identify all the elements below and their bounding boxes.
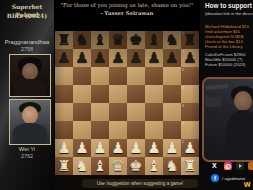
streamer-torso xyxy=(226,110,253,160)
black-pawn-c7: ♟ xyxy=(91,49,109,67)
white-pawn-a2: ♟ xyxy=(55,139,73,157)
black-rook-h8: ♜ xyxy=(181,31,199,49)
square-a7: ♟ xyxy=(55,49,73,67)
player-top-name: Praggnanandhaa xyxy=(0,39,54,45)
black-pawn-h7: ♟ xyxy=(181,49,199,67)
square-d5 xyxy=(109,85,127,103)
square-d4 xyxy=(109,103,127,121)
square-h7: 7♟ xyxy=(181,49,199,67)
black-bishop-c8: ♝ xyxy=(91,31,109,49)
square-b4 xyxy=(73,103,91,121)
square-d7: ♟ xyxy=(109,49,127,67)
square-b5 xyxy=(73,85,91,103)
square-a1: ♜ xyxy=(55,157,73,175)
white-pawn-d2: ♟ xyxy=(109,139,127,157)
white-pawn-e2: ♟ xyxy=(127,139,145,157)
square-c6 xyxy=(91,67,109,85)
black-pawn-e7: ♟ xyxy=(127,49,145,67)
streamer-face xyxy=(234,91,252,111)
background-shelf xyxy=(206,84,228,90)
square-c5 xyxy=(91,85,109,103)
rank-label-3: 3 xyxy=(182,122,184,126)
square-h3: 3 xyxy=(181,121,199,139)
person-face xyxy=(22,106,38,124)
black-knight-g8: ♞ xyxy=(163,31,181,49)
white-pawn-h2: ♟ xyxy=(181,139,199,157)
social-handle: / agadmator xyxy=(222,176,245,181)
black-knight-b8: ♞ xyxy=(73,31,91,49)
square-c8: ♝ xyxy=(91,31,109,49)
player-bottom-name: Wei Yi xyxy=(0,146,54,152)
square-e3 xyxy=(127,121,145,139)
rank-label-6: 6 xyxy=(182,68,184,72)
square-h6: 6 xyxy=(181,67,199,85)
youtube-icon[interactable] xyxy=(236,162,244,170)
square-f5 xyxy=(145,85,163,103)
square-e5 xyxy=(127,85,145,103)
square-f1: ♝ xyxy=(145,157,163,175)
square-d6 xyxy=(109,67,127,85)
white-knight-b1: ♞ xyxy=(73,157,91,175)
black-bishop-f8: ♝ xyxy=(145,31,163,49)
black-king-e8: ♚ xyxy=(127,31,145,49)
white-king-e1: ♚ xyxy=(127,157,145,175)
person-face xyxy=(22,63,38,80)
background-shelf xyxy=(205,97,221,107)
facebook-icon[interactable]: f xyxy=(211,174,219,182)
white-pawn-f2: ♟ xyxy=(145,139,163,157)
black-pawn-b7: ♟ xyxy=(73,49,91,67)
square-e2: ♟ xyxy=(127,139,145,157)
square-g3 xyxy=(163,121,181,139)
webcam-streamer xyxy=(202,77,253,162)
white-pawn-b2: ♟ xyxy=(73,139,91,157)
white-queen-d1: ♛ xyxy=(109,157,127,175)
rank-label-5: 5 xyxy=(182,86,184,90)
gold-logo: W xyxy=(244,181,251,189)
square-a8: ♜ xyxy=(55,31,73,49)
square-h2: 2♟ xyxy=(181,139,199,157)
webcam-weiyi xyxy=(9,99,51,145)
black-queen-d8: ♛ xyxy=(109,31,127,49)
square-d8: ♛ xyxy=(109,31,127,49)
square-a3 xyxy=(55,121,73,139)
square-b2: ♟ xyxy=(73,139,91,157)
square-d2: ♟ xyxy=(109,139,127,157)
square-f2: ♟ xyxy=(145,139,163,157)
square-h8: 8♜ xyxy=(181,31,199,49)
black-rook-a8: ♜ xyxy=(55,31,73,49)
square-e7: ♟ xyxy=(127,49,145,67)
rank-label-4: 4 xyxy=(182,104,184,108)
person-torso xyxy=(14,79,46,96)
quote-attribution: - Yasser Seirawan xyxy=(54,10,200,17)
square-f4 xyxy=(145,103,163,121)
square-g4 xyxy=(163,103,181,121)
sponsor-line: Future $10000 (2023) xyxy=(205,62,246,67)
square-e8: ♚ xyxy=(127,31,145,49)
suggestion-banner: Use !suggestion when suggesting a game! xyxy=(82,179,198,188)
white-pawn-c2: ♟ xyxy=(91,139,109,157)
player-bottom-rating: 2762 xyxy=(0,153,54,159)
square-b8: ♞ xyxy=(73,31,91,49)
black-pawn-f7: ♟ xyxy=(145,49,163,67)
square-h1: 1♜ xyxy=(181,157,199,175)
square-c2: ♟ xyxy=(91,139,109,157)
left-sidebar: Superbet Poland Blitz (2024) Praggnanand… xyxy=(0,0,54,190)
white-rook-a1: ♜ xyxy=(55,157,73,175)
square-g1: ♞ xyxy=(163,157,181,175)
square-b7: ♟ xyxy=(73,49,91,67)
event-title-line2: Blitz (2024) xyxy=(0,12,54,20)
instagram-lens xyxy=(226,164,231,169)
white-rook-h1: ♜ xyxy=(181,157,199,175)
square-a4 xyxy=(55,103,73,121)
square-a5 xyxy=(55,85,73,103)
chess-board: ♜♞♝♛♚♝♞8♜♟♟♟♟♟♟♟7♟6543♟♟♟♟♟♟♟2♟♜♞♝♛♚♝♞1♜ xyxy=(55,31,199,175)
square-f6 xyxy=(145,67,163,85)
square-e6 xyxy=(127,67,145,85)
square-g8: ♞ xyxy=(163,31,181,49)
square-b3 xyxy=(73,121,91,139)
square-b6 xyxy=(73,67,91,85)
square-e4 xyxy=(127,103,145,121)
square-e1: ♚ xyxy=(127,157,145,175)
square-c4 xyxy=(91,103,109,121)
white-bishop-f1: ♝ xyxy=(145,157,163,175)
support-heading: How to support xyxy=(205,2,252,9)
support-panel: How to support (donation link in the des… xyxy=(200,0,253,190)
square-d3 xyxy=(109,121,127,139)
stream-frame: Superbet Poland Blitz (2024) Praggnanand… xyxy=(0,0,253,190)
square-g2: ♟ xyxy=(163,139,181,157)
white-knight-g1: ♞ xyxy=(163,157,181,175)
square-f3 xyxy=(145,121,163,139)
square-a2: ♟ xyxy=(55,139,73,157)
commentary-quote: "For those of you joining us late, shame… xyxy=(54,2,200,9)
square-a6 xyxy=(55,67,73,85)
black-pawn-a7: ♟ xyxy=(55,49,73,67)
white-bishop-c1: ♝ xyxy=(91,157,109,175)
square-c1: ♝ xyxy=(91,157,109,175)
black-pawn-g7: ♟ xyxy=(163,49,181,67)
white-pawn-g2: ♟ xyxy=(163,139,181,157)
social-icon-partial[interactable] xyxy=(248,162,253,170)
square-f7: ♟ xyxy=(145,49,163,67)
square-b1: ♞ xyxy=(73,157,91,175)
player-top-rating: 2758 xyxy=(0,46,54,52)
square-c3 xyxy=(91,121,109,139)
square-g6 xyxy=(163,67,181,85)
person-torso xyxy=(13,123,47,144)
support-subheading: (donation link in the description) xyxy=(205,11,253,16)
black-pawn-d7: ♟ xyxy=(109,49,127,67)
play-triangle xyxy=(239,164,242,168)
square-g5 xyxy=(163,85,181,103)
square-d1: ♛ xyxy=(109,157,127,175)
x-twitter-icon[interactable]: X xyxy=(212,162,220,170)
instagram-icon[interactable] xyxy=(224,162,232,170)
square-h4: 4 xyxy=(181,103,199,121)
donor-line: Friend at the Library xyxy=(205,44,242,49)
square-h5: 5 xyxy=(181,85,199,103)
webcam-praggnanandhaa xyxy=(9,54,51,97)
square-g7: ♟ xyxy=(163,49,181,67)
square-c7: ♟ xyxy=(91,49,109,67)
square-f8: ♝ xyxy=(145,31,163,49)
